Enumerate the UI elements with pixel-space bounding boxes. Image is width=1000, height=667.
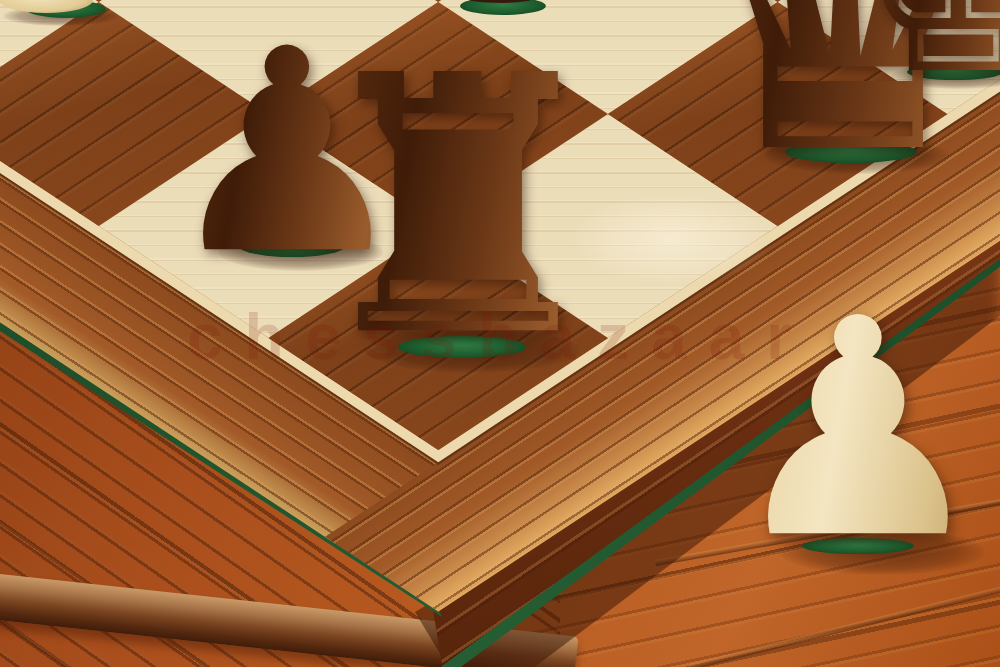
pieces-layer: ♟♜♛♚♟ xyxy=(0,0,1000,667)
black-king-d1: ♚ xyxy=(793,0,1000,104)
chessboard-photo-scene: ♟♜♛♚♟ chessbazaar xyxy=(0,0,1000,667)
white-pawn-offboard: ♟ xyxy=(633,280,1000,580)
